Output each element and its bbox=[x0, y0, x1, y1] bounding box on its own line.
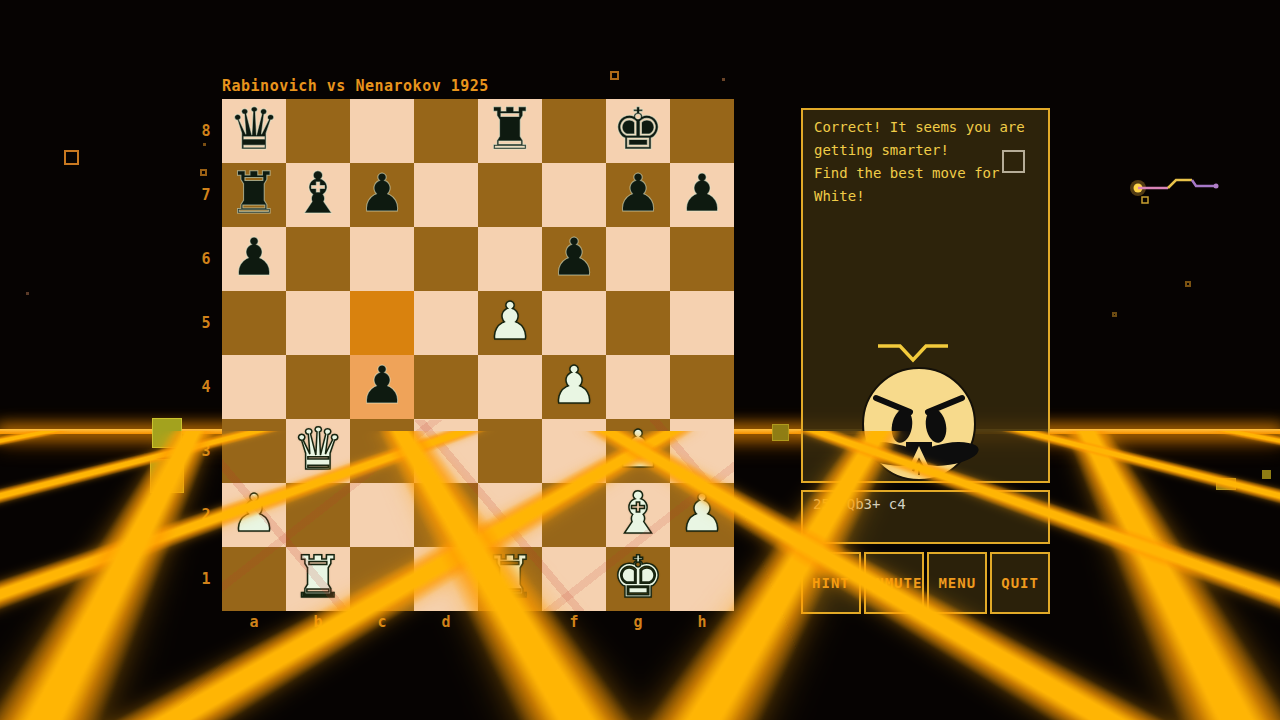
square-d7[interactable] bbox=[414, 163, 478, 227]
rank-label-1: 1 bbox=[196, 547, 216, 611]
decor-square-5 bbox=[26, 292, 29, 295]
file-labels: abcdefgh bbox=[222, 613, 734, 631]
square-f5[interactable] bbox=[542, 291, 606, 355]
black-king-g8[interactable]: ♚ bbox=[612, 97, 664, 161]
square-d4[interactable] bbox=[414, 355, 478, 419]
game-title: Rabinovich vs Nenarokov 1925 bbox=[222, 77, 489, 95]
square-e4[interactable] bbox=[478, 355, 542, 419]
square-h3[interactable] bbox=[670, 419, 734, 483]
menu-button[interactable]: MENU bbox=[927, 552, 987, 614]
square-c8[interactable] bbox=[350, 99, 414, 163]
black-pawn-c4[interactable]: ♟ bbox=[359, 353, 406, 417]
square-f8[interactable] bbox=[542, 99, 606, 163]
square-c4[interactable]: ♟ bbox=[350, 355, 414, 419]
square-a3[interactable] bbox=[222, 419, 286, 483]
square-a6[interactable]: ♟ bbox=[222, 227, 286, 291]
square-f6[interactable]: ♟ bbox=[542, 227, 606, 291]
square-h4[interactable] bbox=[670, 355, 734, 419]
square-e1[interactable]: ♜ bbox=[478, 547, 542, 611]
rank-label-8: 8 bbox=[196, 99, 216, 163]
square-b1[interactable]: ♜ bbox=[286, 547, 350, 611]
square-h7[interactable]: ♟ bbox=[670, 163, 734, 227]
square-h1[interactable] bbox=[670, 547, 734, 611]
file-label-c: c bbox=[350, 613, 414, 631]
square-c1[interactable] bbox=[350, 547, 414, 611]
quit-button[interactable]: QUIT bbox=[990, 552, 1050, 614]
square-c7[interactable]: ♟ bbox=[350, 163, 414, 227]
hint-button[interactable]: HINT bbox=[801, 552, 861, 614]
file-label-d: d bbox=[414, 613, 478, 631]
unmute-button[interactable]: UNMUTE bbox=[864, 552, 925, 614]
rank-label-2: 2 bbox=[196, 483, 216, 547]
coach-dialog-panel: Correct! It seems you are getting smarte… bbox=[801, 108, 1050, 483]
game-screen: Rabinovich vs Nenarokov 1925 87654321 ♛♜… bbox=[0, 0, 1280, 720]
black-pawn-a6[interactable]: ♟ bbox=[231, 225, 278, 289]
white-pawn-e5[interactable]: ♟ bbox=[487, 289, 534, 353]
decor-square-1 bbox=[610, 71, 619, 80]
move-readout-panel: 25. Qb3+ c4 bbox=[801, 490, 1050, 544]
decor-square-7 bbox=[1112, 312, 1117, 317]
white-queen-b3[interactable]: ♛ bbox=[292, 417, 344, 481]
file-label-g: g bbox=[606, 613, 670, 631]
rank-label-5: 5 bbox=[196, 291, 216, 355]
square-c3[interactable] bbox=[350, 419, 414, 483]
file-label-e: e bbox=[478, 613, 542, 631]
square-d1[interactable] bbox=[414, 547, 478, 611]
square-d8[interactable] bbox=[414, 99, 478, 163]
black-rook-a7[interactable]: ♜ bbox=[228, 161, 280, 225]
square-e2[interactable] bbox=[478, 483, 542, 547]
rank-label-4: 4 bbox=[196, 355, 216, 419]
file-label-h: h bbox=[670, 613, 734, 631]
square-g6[interactable] bbox=[606, 227, 670, 291]
white-rook-b1[interactable]: ♜ bbox=[292, 545, 344, 609]
square-g5[interactable] bbox=[606, 291, 670, 355]
rank-label-3: 3 bbox=[196, 419, 216, 483]
square-g7[interactable]: ♟ bbox=[606, 163, 670, 227]
square-b3[interactable]: ♛ bbox=[286, 419, 350, 483]
square-c2[interactable] bbox=[350, 483, 414, 547]
square-f2[interactable] bbox=[542, 483, 606, 547]
square-b5[interactable] bbox=[286, 291, 350, 355]
circuit-trace-decoration bbox=[1128, 170, 1224, 206]
square-e8[interactable]: ♜ bbox=[478, 99, 542, 163]
square-a4[interactable] bbox=[222, 355, 286, 419]
square-e5[interactable]: ♟ bbox=[478, 291, 542, 355]
square-e3[interactable] bbox=[478, 419, 542, 483]
decor-square-9 bbox=[150, 459, 184, 493]
file-label-a: a bbox=[222, 613, 286, 631]
square-b6[interactable] bbox=[286, 227, 350, 291]
file-label-b: b bbox=[286, 613, 350, 631]
square-a2[interactable]: ♟ bbox=[222, 483, 286, 547]
rank-label-7: 7 bbox=[196, 163, 216, 227]
decor-square-6 bbox=[1185, 281, 1191, 287]
white-pawn-f4[interactable]: ♟ bbox=[551, 353, 598, 417]
square-a5[interactable] bbox=[222, 291, 286, 355]
square-f4[interactable]: ♟ bbox=[542, 355, 606, 419]
white-pawn-h2[interactable]: ♟ bbox=[679, 481, 726, 545]
square-g4[interactable] bbox=[606, 355, 670, 419]
square-g1[interactable]: ♚ bbox=[606, 547, 670, 611]
black-queen-a8[interactable]: ♛ bbox=[228, 97, 280, 161]
last-move-text: 25. Qb3+ c4 bbox=[813, 496, 1048, 512]
black-bishop-b7[interactable]: ♝ bbox=[292, 161, 344, 225]
square-a1[interactable] bbox=[222, 547, 286, 611]
angry-mustache-face-icon bbox=[858, 338, 983, 483]
square-h6[interactable] bbox=[670, 227, 734, 291]
decor-square-11 bbox=[1216, 478, 1236, 490]
square-c5[interactable] bbox=[350, 291, 414, 355]
square-h8[interactable] bbox=[670, 99, 734, 163]
square-f3[interactable] bbox=[542, 419, 606, 483]
square-doodle-icon bbox=[1002, 150, 1025, 173]
white-rook-e1[interactable]: ♜ bbox=[484, 545, 536, 609]
square-b2[interactable] bbox=[286, 483, 350, 547]
square-d3[interactable] bbox=[414, 419, 478, 483]
rank-labels: 87654321 bbox=[196, 99, 216, 611]
square-f1[interactable] bbox=[542, 547, 606, 611]
white-pawn-g3[interactable]: ♟ bbox=[615, 417, 662, 481]
square-h2[interactable]: ♟ bbox=[670, 483, 734, 547]
square-d5[interactable] bbox=[414, 291, 478, 355]
rank-label-6: 6 bbox=[196, 227, 216, 291]
decor-square-8 bbox=[152, 418, 182, 448]
square-b7[interactable]: ♝ bbox=[286, 163, 350, 227]
square-f7[interactable] bbox=[542, 163, 606, 227]
black-pawn-h7[interactable]: ♟ bbox=[679, 161, 726, 225]
square-e7[interactable] bbox=[478, 163, 542, 227]
square-b4[interactable] bbox=[286, 355, 350, 419]
black-pawn-f6[interactable]: ♟ bbox=[551, 225, 598, 289]
square-g8[interactable]: ♚ bbox=[606, 99, 670, 163]
square-c6[interactable] bbox=[350, 227, 414, 291]
black-rook-e8[interactable]: ♜ bbox=[484, 97, 536, 161]
square-b8[interactable] bbox=[286, 99, 350, 163]
decor-square-10 bbox=[772, 424, 789, 441]
black-pawn-c7[interactable]: ♟ bbox=[359, 161, 406, 225]
action-button-bar: HINT UNMUTE MENU QUIT bbox=[801, 552, 1050, 614]
square-e6[interactable] bbox=[478, 227, 542, 291]
square-g2[interactable]: ♝ bbox=[606, 483, 670, 547]
decor-square-12 bbox=[1262, 470, 1271, 479]
square-d6[interactable] bbox=[414, 227, 478, 291]
decor-square-4 bbox=[722, 78, 725, 81]
square-d2[interactable] bbox=[414, 483, 478, 547]
black-pawn-g7[interactable]: ♟ bbox=[615, 161, 662, 225]
decor-square-0 bbox=[64, 150, 79, 165]
white-bishop-g2[interactable]: ♝ bbox=[612, 481, 664, 545]
chess-board[interactable]: ♛♜♚♜♝♟♟♟♟♟♟♟♟♛♟♟♝♟♜♜♚ bbox=[222, 99, 734, 611]
square-h5[interactable] bbox=[670, 291, 734, 355]
square-g3[interactable]: ♟ bbox=[606, 419, 670, 483]
file-label-f: f bbox=[542, 613, 606, 631]
square-a7[interactable]: ♜ bbox=[222, 163, 286, 227]
white-king-g1[interactable]: ♚ bbox=[612, 545, 664, 609]
white-pawn-a2[interactable]: ♟ bbox=[231, 481, 278, 545]
square-a8[interactable]: ♛ bbox=[222, 99, 286, 163]
